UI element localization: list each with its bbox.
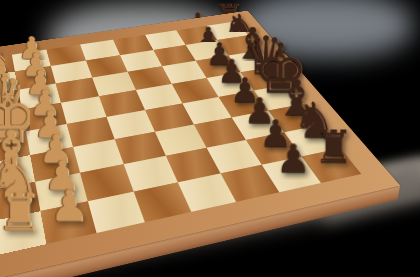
piece-black-rook-h8: ♜ [308,86,358,165]
piece-black-rook-a8: ♜ [210,0,246,30]
square-h8: ♜ [302,148,362,183]
chess-set-photo: ♜♟♟♜♞♟♟♞♝♟♟♝♛♟♟♛♚♟♟♚♝♟♟♝♞♟♟♞♜♟♟♜ [0,0,420,277]
square-c1: ♝ [0,90,22,117]
white-rook-glyph: ♜ [0,32,12,68]
square-h1: ♜ [0,211,47,256]
square-f2: ♟ [30,147,80,182]
piece-white-pawn-a2: ♟ [12,0,51,60]
black-rook-glyph: ♜ [213,0,243,33]
white-pawn-glyph: ♟ [18,32,45,62]
square-h3 [88,192,145,233]
square-c2: ♟ [18,84,61,110]
square-d8: ♛ [241,67,289,91]
square-g5 [166,148,221,183]
square-c3 [56,78,99,103]
